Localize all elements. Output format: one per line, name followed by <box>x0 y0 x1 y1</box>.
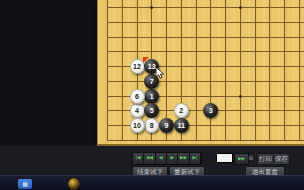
go-board[interactable]: 12345678910111213 <box>97 0 304 146</box>
stone-2-white-F3: 2 <box>174 103 189 118</box>
jump-to-move-button[interactable]: ▶▶ <box>234 153 249 165</box>
stone-9-black-E2: 9 <box>159 118 174 133</box>
taskbar: ▦ <box>0 175 304 190</box>
star-point <box>239 95 242 98</box>
stone-10-white-C2: 10 <box>130 118 145 133</box>
stone-4-white-C3: 4 <box>130 103 145 118</box>
screen: 12345678910111213 |◀◀◀◀▶▶▶▶| ▶▶ ≣ 打印 保存 … <box>0 0 304 190</box>
list-icon: ≣ <box>248 154 254 162</box>
nav-fast-forward-button[interactable]: ▶▶ <box>178 153 189 164</box>
last-move-marker <box>143 57 149 63</box>
stone-12-white-C6: 12 <box>130 59 145 74</box>
grid-line <box>107 37 304 38</box>
nav-last-button[interactable]: ▶| <box>190 153 201 164</box>
grid-line <box>107 7 304 8</box>
control-panel: |◀◀◀◀▶▶▶▶| ▶▶ ≣ 打印 保存 结束试下 重新试下 退出复盘 <box>0 146 304 175</box>
grid-line <box>107 22 304 23</box>
save-button[interactable]: 保存 <box>273 153 290 165</box>
nav-forward-button[interactable]: ▶ <box>167 153 178 164</box>
grid-line <box>107 81 304 82</box>
move-number-input[interactable] <box>216 153 233 163</box>
move-navigation-group: |◀◀◀◀▶▶▶▶| <box>132 152 202 165</box>
mouse-cursor-icon <box>156 67 165 79</box>
print-button[interactable]: 打印 <box>257 153 274 165</box>
go-client-icon[interactable] <box>68 178 80 190</box>
nav-back-button[interactable]: ◀ <box>156 153 167 164</box>
taskbar-app-icon[interactable]: ▦ <box>18 179 32 189</box>
nav-first-button[interactable]: |◀ <box>133 153 144 164</box>
nav-fast-back-button[interactable]: ◀◀ <box>144 153 155 164</box>
star-point <box>239 6 242 9</box>
grid-line <box>107 51 304 52</box>
stone-1-black-D4: 1 <box>144 89 159 104</box>
stone-6-white-C4: 6 <box>130 89 145 104</box>
grid-line <box>107 140 304 141</box>
stone-11-black-F2: 11 <box>174 118 189 133</box>
